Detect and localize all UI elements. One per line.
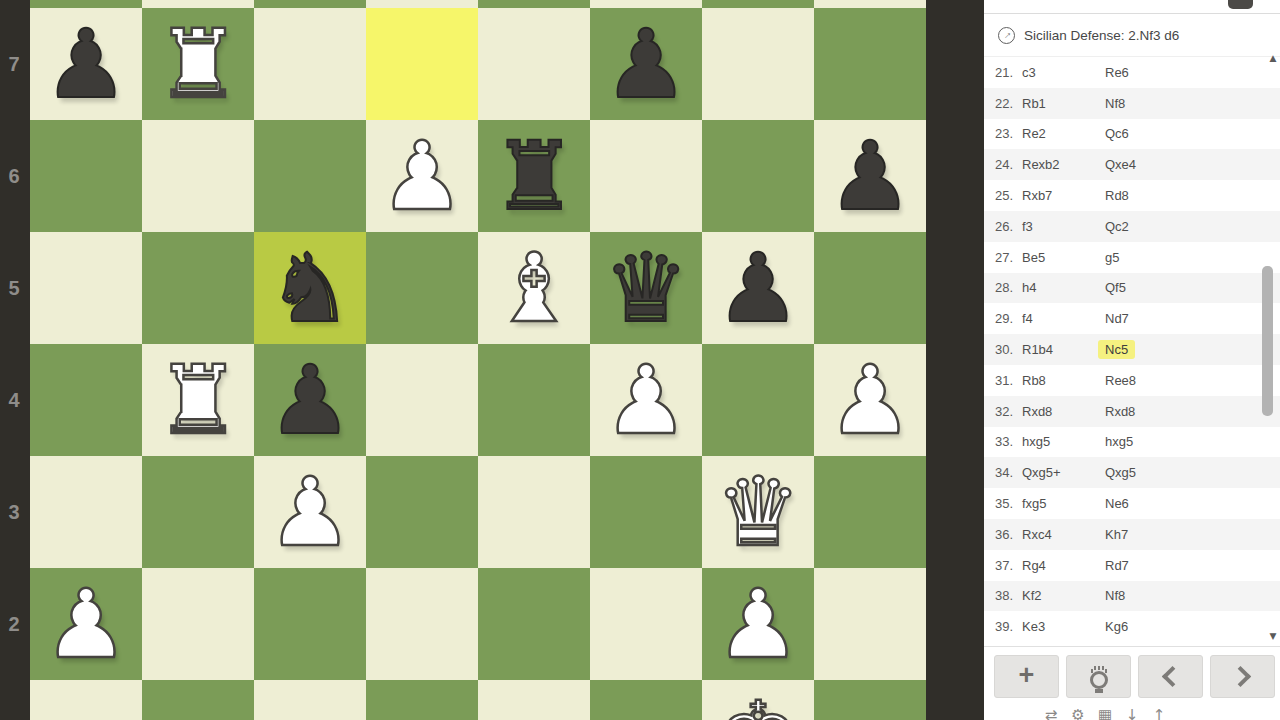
white-move[interactable]: Rb8 [1022,373,1105,388]
white-move[interactable]: f4 [1022,311,1105,326]
square-g2[interactable]: ♟ [702,568,814,680]
white-move[interactable]: hxg5 [1022,434,1105,449]
bottom-toolbar: ⇄⚙▦↓↑ [1043,706,1167,720]
black-move[interactable]: Rd7 [1105,558,1280,573]
analysis-window: ♜♚♟♜♟♟♜♟♞♝♛♟♜♟♟♟♟♛♟♟♚ 765432 → Sicilian … [0,0,1280,720]
square-h1[interactable] [814,680,926,720]
square-a3[interactable] [30,456,142,568]
square-f6[interactable] [590,120,702,232]
rank-label-5: 5 [0,232,28,344]
piece-black-rook[interactable]: ♜ [478,120,590,232]
square-e2[interactable] [478,568,590,680]
chess-board: ♜♚♟♜♟♟♜♟♞♝♛♟♜♟♟♟♟♛♟♟♚ [30,0,926,720]
square-f3[interactable] [590,456,702,568]
square-g6[interactable] [702,120,814,232]
black-move[interactable]: Ree8 [1105,373,1280,388]
white-move[interactable]: Rexb2 [1022,157,1105,172]
opening-name: Sicilian Defense: 2.Nf3 d6 [1024,28,1179,43]
black-move[interactable]: Nc5 [1105,342,1280,357]
divider [984,646,1280,647]
white-move[interactable]: Rxd8 [1022,404,1105,419]
move-number: 27. [995,250,1022,265]
square-a5[interactable] [30,232,142,344]
move-row-39: 39.Ke3Kg6 [984,611,1280,642]
move-row-28: 28.h4Qf5 [984,273,1280,304]
move-number: 25. [995,188,1022,203]
square-d2[interactable] [366,568,478,680]
black-move[interactable]: Qxg5 [1105,465,1280,480]
black-move[interactable]: Qc6 [1105,126,1280,141]
square-f2[interactable] [590,568,702,680]
move-number: 23. [995,126,1022,141]
scrollbar-thumb[interactable] [1262,266,1273,416]
opening-row[interactable]: → Sicilian Defense: 2.Nf3 d6 [984,14,1280,57]
piece-black-pawn[interactable]: ♟ [590,8,702,120]
square-a1[interactable] [30,680,142,720]
piece-black-pawn[interactable]: ♟ [702,232,814,344]
black-move[interactable]: g5 [1105,250,1280,265]
piece-white-rook[interactable]: ♜ [142,8,254,120]
next-move-button[interactable] [1210,655,1275,698]
square-e6[interactable]: ♜ [478,120,590,232]
move-row-30: 30.R1b4Nc5 [984,334,1280,365]
move-number: 21. [995,65,1022,80]
square-b1[interactable] [142,680,254,720]
move-row-35: 35.fxg5Ne6 [984,488,1280,519]
move-number: 38. [995,588,1022,603]
black-move[interactable]: Qxe4 [1105,157,1280,172]
white-move[interactable]: Re2 [1022,126,1105,141]
square-d7[interactable] [366,8,478,120]
black-move[interactable]: Qc2 [1105,219,1280,234]
square-g3[interactable]: ♛ [702,456,814,568]
piece-black-pawn[interactable]: ♟ [30,8,142,120]
move-row-26: 26.f3Qc2 [984,211,1280,242]
move-row-25: 25.Rxb7Rd8 [984,180,1280,211]
white-move[interactable]: Rb1 [1022,96,1105,111]
move-row-24: 24.Rexb2Qxe4 [984,149,1280,180]
rank-label-7: 7 [0,8,28,120]
move-row-34: 34.Qxg5+Qxg5 [984,457,1280,488]
square-c8[interactable] [254,0,366,8]
white-move[interactable]: Ke3 [1022,619,1105,634]
rank-label-3: 3 [0,456,28,568]
square-f8[interactable] [590,0,702,8]
black-move[interactable]: Re6 [1105,65,1280,80]
white-move[interactable]: Qxg5+ [1022,465,1105,480]
square-g7[interactable] [702,8,814,120]
square-f5[interactable]: ♛ [590,232,702,344]
move-row-21: 21.c3Re6 [984,57,1280,88]
square-g8[interactable]: ♚ [702,0,814,8]
move-number: 34. [995,465,1022,480]
square-e3[interactable] [478,456,590,568]
white-move[interactable]: h4 [1022,280,1105,295]
move-number: 26. [995,219,1022,234]
square-a8[interactable] [30,0,142,8]
piece-white-pawn[interactable]: ♟ [702,568,814,680]
settings-icon[interactable]: ⚙ [1070,706,1086,720]
black-move[interactable]: Nf8 [1105,588,1280,603]
hint-button[interactable] [1066,655,1131,698]
move-list: 21.c3Re622.Rb1Nf823.Re2Qc624.Rexb2Qxe425… [984,57,1280,642]
square-h3[interactable] [814,456,926,568]
piece-white-pawn[interactable]: ♟ [590,344,702,456]
white-move[interactable]: Kf2 [1022,588,1105,603]
board-icon[interactable]: ▦ [1097,706,1113,720]
move-number: 37. [995,558,1022,573]
black-move[interactable]: Nd7 [1105,311,1280,326]
move-number: 30. [995,342,1022,357]
previous-move-button[interactable] [1138,655,1203,698]
rank-label-4: 4 [0,344,28,456]
rank-label-6: 6 [0,120,28,232]
piece-white-pawn[interactable]: ♟ [814,344,926,456]
square-h8[interactable] [814,0,926,8]
move-row-31: 31.Rb8Ree8 [984,365,1280,396]
black-move[interactable]: Kg6 [1105,619,1280,634]
move-number: 22. [995,96,1022,111]
analysis-sidebar: → Sicilian Defense: 2.Nf3 d6 21.c3Re622.… [984,0,1280,720]
piece-white-pawn[interactable]: ♟ [366,120,478,232]
piece-black-rook[interactable]: ♜ [366,0,478,8]
square-a4[interactable] [30,344,142,456]
gear-icon[interactable] [1228,0,1253,9]
move-number: 31. [995,373,1022,388]
piece-white-bishop[interactable]: ♝ [478,232,590,344]
controls-bar: + [994,655,1275,698]
square-c3[interactable]: ♟ [254,456,366,568]
move-row-33: 33.hxg5hxg5 [984,427,1280,458]
square-d6[interactable]: ♟ [366,120,478,232]
black-move[interactable]: Ne6 [1105,496,1280,511]
square-c5[interactable]: ♞ [254,232,366,344]
white-move[interactable]: Rg4 [1022,558,1105,573]
square-a7[interactable]: ♟ [30,8,142,120]
square-h2[interactable] [814,568,926,680]
square-h5[interactable] [814,232,926,344]
piece-white-pawn[interactable]: ♟ [30,568,142,680]
square-b6[interactable] [142,120,254,232]
add-move-button[interactable]: + [994,655,1059,698]
plus-icon: + [1019,662,1035,689]
white-move[interactable]: Be5 [1022,250,1105,265]
download-icon[interactable]: ↓ [1124,706,1140,720]
square-b5[interactable] [142,232,254,344]
move-row-36: 36.Rxc4Kh7 [984,519,1280,550]
square-a6[interactable] [30,120,142,232]
square-d1[interactable] [366,680,478,720]
scrollbar-down-icon[interactable]: ▼ [1266,630,1280,642]
square-g5[interactable]: ♟ [702,232,814,344]
square-b8[interactable] [142,0,254,8]
square-e8[interactable] [478,0,590,8]
chevron-left-icon [1162,666,1183,687]
move-number: 32. [995,404,1022,419]
square-a2[interactable]: ♟ [30,568,142,680]
flip-board-icon[interactable]: ⇄ [1043,706,1059,720]
piece-black-pawn[interactable]: ♟ [814,120,926,232]
square-e7[interactable] [478,8,590,120]
move-number: 29. [995,311,1022,326]
square-d4[interactable] [366,344,478,456]
black-move[interactable]: Qf5 [1105,280,1280,295]
chevron-right-icon [1230,666,1251,687]
square-b3[interactable] [142,456,254,568]
move-row-32: 32.Rxd8Rxd8 [984,396,1280,427]
piece-white-rook[interactable]: ♜ [142,344,254,456]
lightbulb-icon [1090,671,1108,689]
black-move[interactable]: Rxd8 [1105,404,1280,419]
upload-icon[interactable]: ↑ [1151,706,1167,720]
white-move[interactable]: R1b4 [1022,342,1105,357]
move-row-27: 27.Be5g5 [984,242,1280,273]
piece-white-queen[interactable]: ♛ [702,456,814,568]
piece-white-pawn[interactable]: ♟ [254,456,366,568]
square-e1[interactable] [478,680,590,720]
square-h6[interactable]: ♟ [814,120,926,232]
piece-white-king[interactable]: ♚ [702,680,814,720]
white-move[interactable]: Rxb7 [1022,188,1105,203]
square-c2[interactable] [254,568,366,680]
piece-black-pawn[interactable]: ♟ [254,344,366,456]
move-number: 36. [995,527,1022,542]
black-move[interactable]: Rd8 [1105,188,1280,203]
move-row-23: 23.Re2Qc6 [984,119,1280,150]
square-b7[interactable]: ♜ [142,8,254,120]
square-h4[interactable]: ♟ [814,344,926,456]
move-row-22: 22.Rb1Nf8 [984,88,1280,119]
move-number: 28. [995,280,1022,295]
move-number: 39. [995,619,1022,634]
piece-black-king[interactable]: ♚ [702,0,814,8]
move-row-29: 29.f4Nd7 [984,303,1280,334]
square-f4[interactable]: ♟ [590,344,702,456]
black-move[interactable]: hxg5 [1105,434,1280,449]
current-move-highlight[interactable]: Nc5 [1098,340,1135,359]
opening-explorer-icon: → [998,27,1015,44]
square-g4[interactable] [702,344,814,456]
black-move[interactable]: Nf8 [1105,96,1280,111]
square-e4[interactable] [478,344,590,456]
square-b4[interactable]: ♜ [142,344,254,456]
square-d8[interactable]: ♜ [366,0,478,8]
move-number: 33. [995,434,1022,449]
scrollbar-up-icon[interactable]: ▲ [1266,52,1280,64]
compass-needle-icon: → [998,25,1015,42]
move-number: 24. [995,157,1022,172]
move-row-38: 38.Kf2Nf8 [984,581,1280,612]
square-f7[interactable]: ♟ [590,8,702,120]
piece-black-queen[interactable]: ♛ [590,232,702,344]
white-move[interactable]: fxg5 [1022,496,1105,511]
square-h7[interactable] [814,8,926,120]
square-g1[interactable]: ♚ [702,680,814,720]
square-c4[interactable]: ♟ [254,344,366,456]
white-move[interactable]: Rxc4 [1022,527,1105,542]
square-b2[interactable] [142,568,254,680]
square-c1[interactable] [254,680,366,720]
black-move[interactable]: Kh7 [1105,527,1280,542]
white-move[interactable]: f3 [1022,219,1105,234]
rank-label-2: 2 [0,568,28,680]
square-f1[interactable] [590,680,702,720]
white-move[interactable]: c3 [1022,65,1105,80]
square-d3[interactable] [366,456,478,568]
move-number: 35. [995,496,1022,511]
piece-black-knight[interactable]: ♞ [254,232,366,344]
square-c7[interactable] [254,8,366,120]
square-d5[interactable] [366,232,478,344]
square-e5[interactable]: ♝ [478,232,590,344]
move-row-37: 37.Rg4Rd7 [984,550,1280,581]
square-c6[interactable] [254,120,366,232]
